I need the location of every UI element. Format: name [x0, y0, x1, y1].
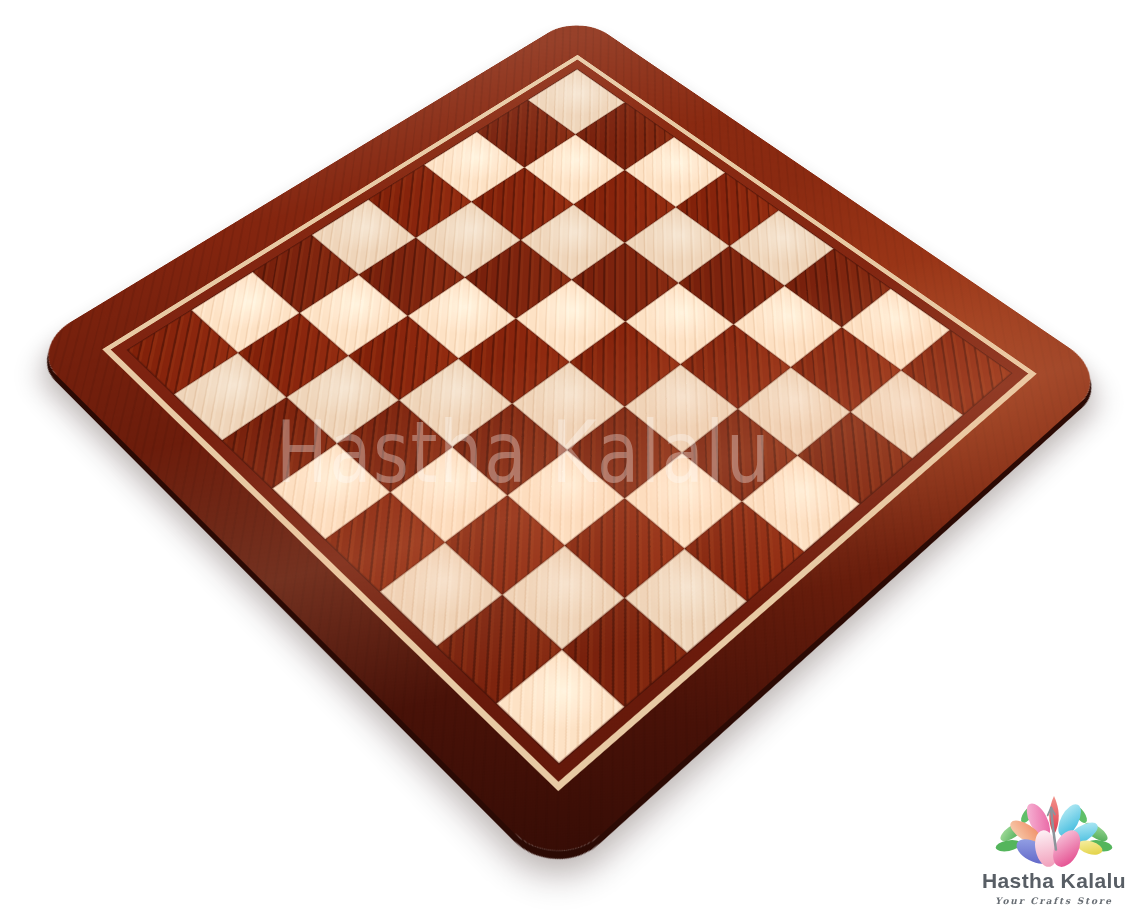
chess-board — [29, 14, 1111, 875]
brand-logo: Hastha Kalalu Your Crafts Store — [972, 795, 1136, 906]
product-photo: Hastha Kalalu — [0, 0, 1140, 912]
brand-tagline: Your Crafts Store — [972, 896, 1136, 906]
board-grid — [128, 69, 1012, 763]
lotus-icon — [995, 795, 1113, 871]
maple-inlay-line — [102, 55, 1036, 791]
board-scene — [29, 14, 1111, 875]
brand-name: Hastha Kalalu — [972, 869, 1136, 893]
